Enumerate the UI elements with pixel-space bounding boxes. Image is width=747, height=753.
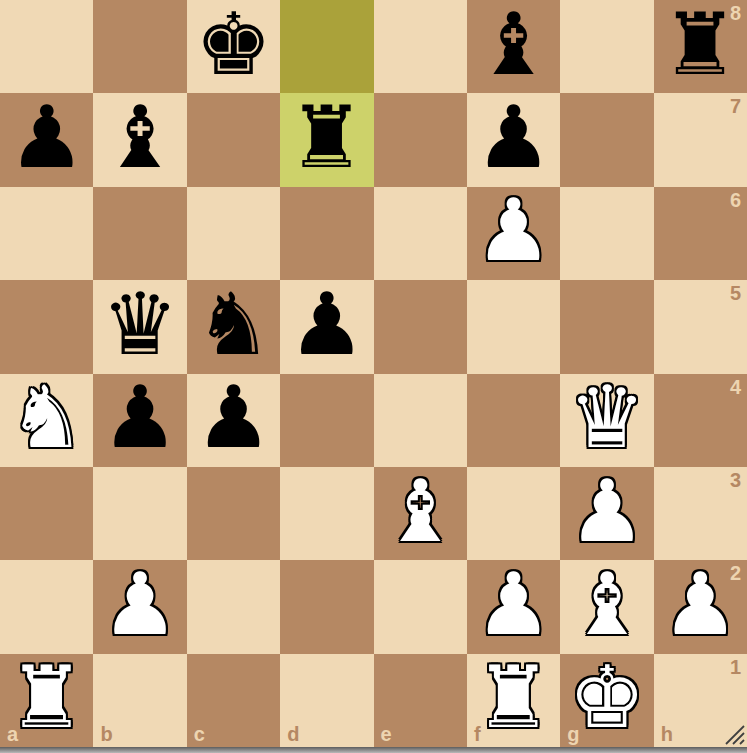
white-bishop-piece[interactable]: ♝ (560, 560, 653, 653)
square-g5[interactable] (560, 280, 653, 373)
file-label-c: c (194, 723, 205, 746)
square-b5[interactable]: ♛ (93, 280, 186, 373)
square-h8[interactable]: ♜8 (654, 0, 747, 93)
file-label-e: e (381, 723, 392, 746)
square-d6[interactable] (280, 187, 373, 280)
square-e1[interactable]: e (374, 654, 467, 747)
square-g3[interactable]: ♟ (560, 467, 653, 560)
white-pawn-piece[interactable]: ♟ (560, 467, 653, 560)
board-bottom-shadow (0, 747, 747, 753)
white-rook-piece[interactable]: ♜ (467, 654, 560, 747)
rank-label-6: 6 (730, 189, 741, 212)
square-g4[interactable]: ♛ (560, 374, 653, 467)
file-label-g: g (567, 723, 579, 746)
square-f3[interactable] (467, 467, 560, 560)
white-pawn-piece[interactable]: ♟ (467, 560, 560, 653)
square-f6[interactable]: ♟ (467, 187, 560, 280)
file-label-b: b (100, 723, 112, 746)
square-f8[interactable]: ♝ (467, 0, 560, 93)
black-pawn-piece[interactable]: ♟ (280, 280, 373, 373)
square-g6[interactable] (560, 187, 653, 280)
square-a4[interactable]: ♞ (0, 374, 93, 467)
square-a7[interactable]: ♟ (0, 93, 93, 186)
square-e2[interactable] (374, 560, 467, 653)
black-bishop-piece[interactable]: ♝ (467, 0, 560, 93)
white-bishop-piece[interactable]: ♝ (374, 467, 467, 560)
board-resize-handle-icon[interactable] (725, 725, 745, 745)
square-a5[interactable] (0, 280, 93, 373)
square-a3[interactable] (0, 467, 93, 560)
square-e7[interactable] (374, 93, 467, 186)
file-label-h: h (661, 723, 673, 746)
rank-label-5: 5 (730, 282, 741, 305)
white-pawn-piece[interactable]: ♟ (467, 187, 560, 280)
square-c8[interactable]: ♚ (187, 0, 280, 93)
black-pawn-piece[interactable]: ♟ (187, 374, 280, 467)
square-a6[interactable] (0, 187, 93, 280)
white-pawn-piece[interactable]: ♟ (93, 560, 186, 653)
square-d3[interactable] (280, 467, 373, 560)
black-rook-piece[interactable]: ♜ (280, 93, 373, 186)
square-d5[interactable]: ♟ (280, 280, 373, 373)
rank-label-1: 1 (730, 656, 741, 679)
square-h7[interactable]: 7 (654, 93, 747, 186)
file-label-d: d (287, 723, 299, 746)
square-b7[interactable]: ♝ (93, 93, 186, 186)
black-queen-piece[interactable]: ♛ (93, 280, 186, 373)
square-b3[interactable] (93, 467, 186, 560)
chess-board: ♚♝♜8♟♝♜♟7♟6♛♞♟5♞♟♟♛4♝♟3♟♟♝♟2♜abcde♜f♚g1h (0, 0, 747, 747)
lichess-board-page: ♚♝♜8♟♝♜♟7♟6♛♞♟5♞♟♟♛4♝♟3♟♟♝♟2♜abcde♜f♚g1h (0, 0, 747, 753)
square-f7[interactable]: ♟ (467, 93, 560, 186)
square-d7[interactable]: ♜ (280, 93, 373, 186)
square-b1[interactable]: b (93, 654, 186, 747)
square-d1[interactable]: d (280, 654, 373, 747)
white-queen-piece[interactable]: ♛ (560, 374, 653, 467)
square-d2[interactable] (280, 560, 373, 653)
square-e4[interactable] (374, 374, 467, 467)
square-f5[interactable] (467, 280, 560, 373)
square-a2[interactable] (0, 560, 93, 653)
black-pawn-piece[interactable]: ♟ (0, 93, 93, 186)
square-h3[interactable]: 3 (654, 467, 747, 560)
black-knight-piece[interactable]: ♞ (187, 280, 280, 373)
black-bishop-piece[interactable]: ♝ (93, 93, 186, 186)
black-king-piece[interactable]: ♚ (187, 0, 280, 93)
square-b8[interactable] (93, 0, 186, 93)
black-pawn-piece[interactable]: ♟ (467, 93, 560, 186)
square-c6[interactable] (187, 187, 280, 280)
file-label-f: f (474, 723, 481, 746)
square-a1[interactable]: ♜a (0, 654, 93, 747)
square-e6[interactable] (374, 187, 467, 280)
rank-label-8: 8 (730, 2, 741, 25)
square-e3[interactable]: ♝ (374, 467, 467, 560)
file-label-a: a (7, 723, 18, 746)
rank-label-3: 3 (730, 469, 741, 492)
square-c3[interactable] (187, 467, 280, 560)
square-f1[interactable]: ♜f (467, 654, 560, 747)
white-knight-piece[interactable]: ♞ (0, 374, 93, 467)
square-e8[interactable] (374, 0, 467, 93)
rank-label-4: 4 (730, 376, 741, 399)
square-g7[interactable] (560, 93, 653, 186)
square-c7[interactable] (187, 93, 280, 186)
square-h4[interactable]: 4 (654, 374, 747, 467)
square-h6[interactable]: 6 (654, 187, 747, 280)
square-h2[interactable]: ♟2 (654, 560, 747, 653)
square-g8[interactable] (560, 0, 653, 93)
square-g1[interactable]: ♚g (560, 654, 653, 747)
square-f4[interactable] (467, 374, 560, 467)
square-c2[interactable] (187, 560, 280, 653)
rank-label-2: 2 (730, 562, 741, 585)
square-b4[interactable]: ♟ (93, 374, 186, 467)
square-c1[interactable]: c (187, 654, 280, 747)
square-h5[interactable]: 5 (654, 280, 747, 373)
black-pawn-piece[interactable]: ♟ (93, 374, 186, 467)
square-c5[interactable]: ♞ (187, 280, 280, 373)
square-e5[interactable] (374, 280, 467, 373)
square-c4[interactable]: ♟ (187, 374, 280, 467)
square-g2[interactable]: ♝ (560, 560, 653, 653)
square-a8[interactable] (0, 0, 93, 93)
square-d8[interactable] (280, 0, 373, 93)
square-b6[interactable] (93, 187, 186, 280)
rank-label-7: 7 (730, 95, 741, 118)
square-f2[interactable]: ♟ (467, 560, 560, 653)
square-d4[interactable] (280, 374, 373, 467)
square-b2[interactable]: ♟ (93, 560, 186, 653)
